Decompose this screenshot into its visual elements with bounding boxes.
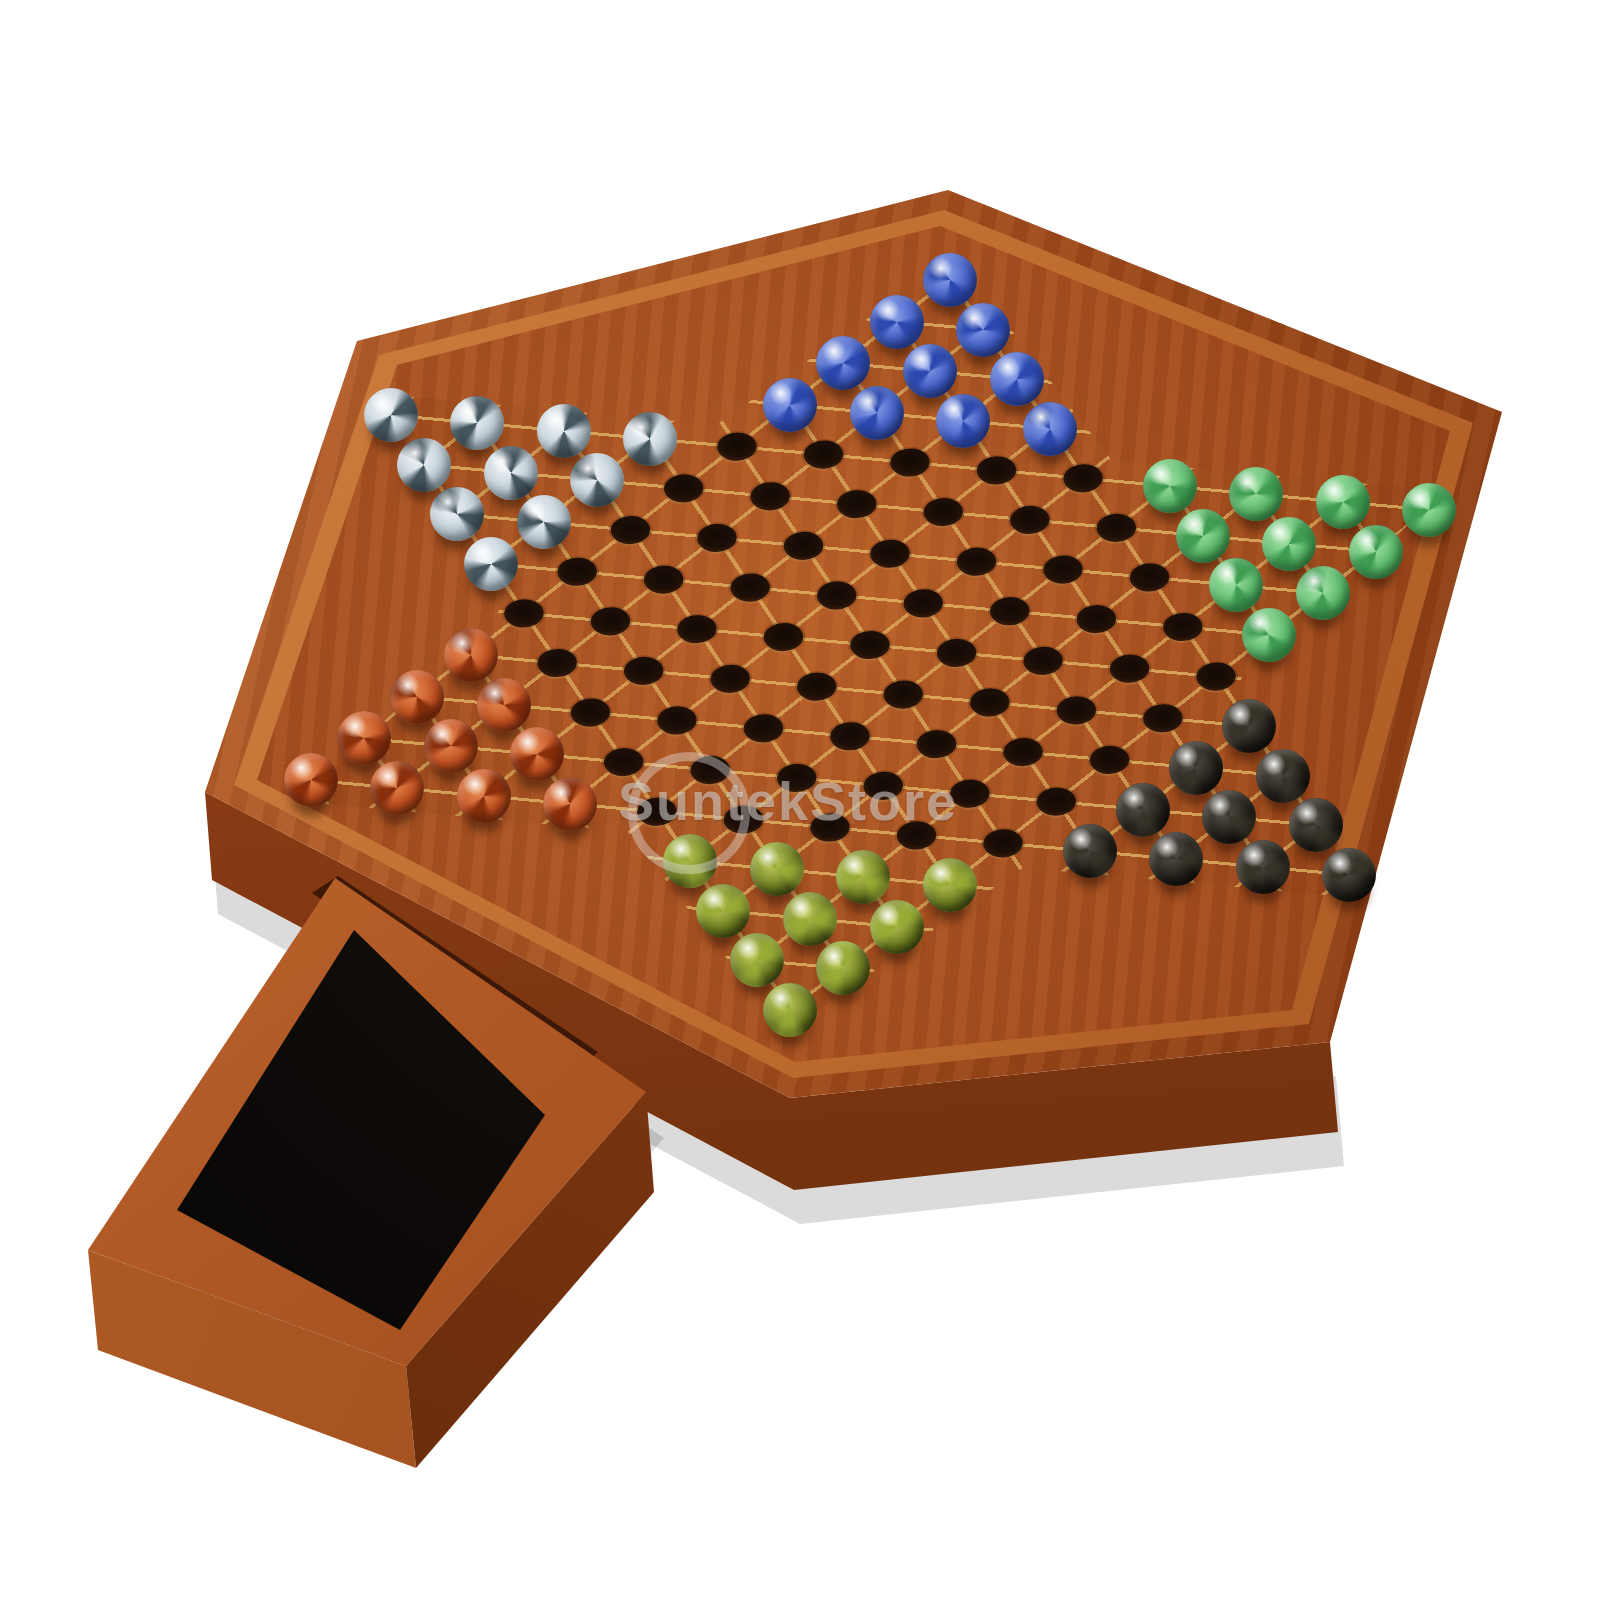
hole — [1127, 562, 1172, 594]
hole — [987, 595, 1032, 627]
hole — [535, 647, 580, 679]
hole — [708, 663, 753, 695]
hole — [921, 496, 966, 528]
hole — [794, 671, 839, 703]
hole — [654, 705, 699, 737]
hole — [841, 861, 886, 893]
hole — [874, 911, 919, 943]
hole — [941, 405, 986, 437]
hole — [568, 697, 613, 729]
hole — [1034, 786, 1079, 818]
hole — [934, 637, 979, 669]
hole — [847, 629, 892, 661]
hole — [1140, 702, 1185, 734]
hole — [854, 397, 899, 429]
hole — [641, 564, 686, 596]
hole — [768, 389, 813, 421]
hole — [1233, 478, 1278, 510]
hole — [701, 895, 746, 927]
hole — [834, 488, 879, 520]
hole — [428, 731, 473, 763]
hole — [501, 598, 546, 630]
hole — [1120, 794, 1165, 826]
hole — [548, 788, 593, 820]
hole — [867, 538, 912, 570]
hole — [588, 606, 633, 638]
hole — [961, 314, 1006, 346]
hole — [1267, 528, 1312, 560]
hole — [1153, 843, 1198, 875]
hole — [881, 679, 926, 711]
hole — [734, 945, 779, 977]
hole — [914, 728, 959, 760]
hole — [1060, 463, 1105, 495]
hole — [821, 348, 866, 380]
hole — [801, 439, 846, 471]
hole — [1054, 695, 1099, 727]
hole — [515, 738, 560, 770]
hole — [821, 953, 866, 985]
hole — [741, 713, 786, 745]
hole — [974, 455, 1019, 487]
hole — [1107, 653, 1152, 685]
hole — [661, 473, 706, 505]
hole — [814, 580, 859, 612]
hole — [1074, 603, 1119, 635]
hole — [748, 481, 793, 513]
hole — [1000, 736, 1045, 768]
hole — [575, 465, 620, 497]
hole — [1027, 413, 1072, 445]
hole — [907, 355, 952, 387]
hole — [674, 613, 719, 645]
hole — [887, 447, 932, 479]
hole — [1160, 611, 1205, 643]
hole — [980, 828, 1025, 860]
hole — [1180, 520, 1225, 552]
hole — [1020, 645, 1065, 677]
hole — [608, 514, 653, 546]
hole — [927, 869, 972, 901]
watermark-text: SuntekStore — [618, 770, 958, 832]
hole — [1173, 752, 1218, 784]
hole — [967, 687, 1012, 719]
hole — [1147, 470, 1192, 502]
hole — [1007, 504, 1052, 536]
hole — [521, 506, 566, 538]
hole — [694, 522, 739, 554]
hole — [621, 655, 666, 687]
hole — [455, 407, 500, 439]
hole — [541, 415, 586, 447]
hole — [761, 621, 806, 653]
hole — [901, 588, 946, 620]
hole — [375, 772, 420, 804]
hole — [1067, 835, 1112, 867]
hole — [1207, 802, 1252, 834]
product-photo-scene: SuntekStore — [0, 0, 1600, 1600]
hole — [555, 556, 600, 588]
hole — [787, 903, 832, 935]
hole — [1094, 512, 1139, 544]
hole — [1087, 744, 1132, 776]
hole — [954, 546, 999, 578]
hole — [874, 306, 919, 338]
hole — [1193, 661, 1238, 693]
hole — [781, 530, 826, 562]
hole — [728, 572, 773, 604]
hole — [1320, 486, 1365, 518]
hole — [488, 457, 533, 489]
hole — [461, 780, 506, 812]
hole — [1213, 570, 1258, 602]
hole — [1240, 851, 1285, 883]
hole — [628, 423, 673, 455]
hole — [481, 689, 526, 721]
hole — [994, 363, 1039, 395]
hole — [1040, 554, 1085, 586]
hole — [754, 853, 799, 885]
hole — [714, 431, 759, 463]
hole — [827, 720, 872, 752]
